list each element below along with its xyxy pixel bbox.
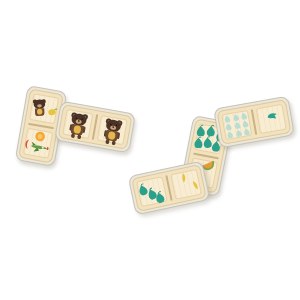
domino-tile-B[interactable]	[54, 101, 136, 154]
tile-surface	[131, 164, 207, 212]
tile-E-half-left	[218, 106, 256, 143]
airplane-with-sun-icon	[22, 128, 54, 159]
tile-surface	[217, 99, 292, 145]
tile-surface	[58, 104, 133, 150]
tile-A-half-bottom	[19, 124, 56, 162]
tile-D-half-left	[132, 173, 171, 211]
banana-icon	[179, 172, 187, 183]
tile-B-half-left	[59, 105, 97, 142]
bear-with-banana-icon	[28, 95, 60, 123]
domino-tile-D[interactable]	[128, 161, 211, 216]
domino-tile-E[interactable]	[213, 96, 295, 149]
tile-D-half-right	[167, 165, 206, 203]
tile-E-half-right	[252, 100, 290, 137]
tile-B-half-right	[93, 111, 131, 148]
dominoes-scene	[0, 0, 300, 300]
